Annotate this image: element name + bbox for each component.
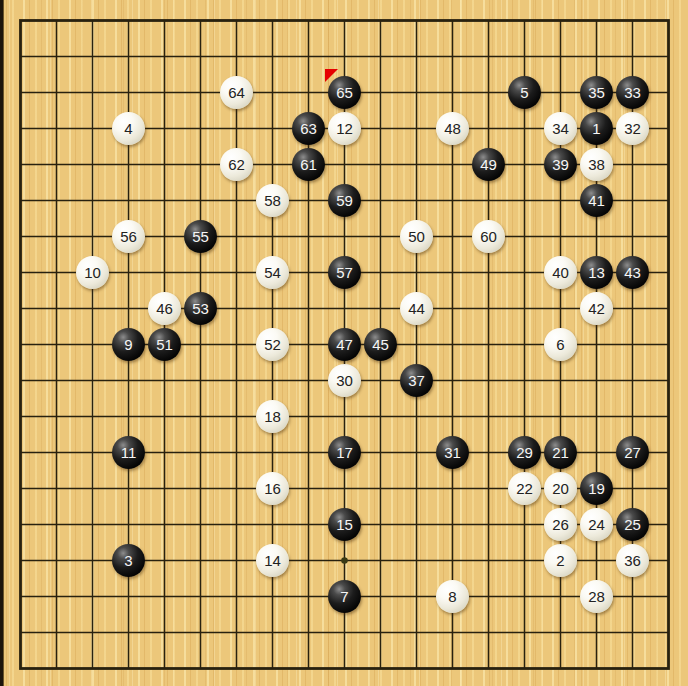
stone-19: 19	[580, 472, 613, 505]
stone-1: 1	[580, 112, 613, 145]
stone-48: 48	[436, 112, 469, 145]
stone-11: 11	[112, 436, 145, 469]
stone-28: 28	[580, 580, 613, 613]
stone-22: 22	[508, 472, 541, 505]
stone-27: 27	[616, 436, 649, 469]
stone-35: 35	[580, 76, 613, 109]
stone-2: 2	[544, 544, 577, 577]
stone-57: 57	[328, 256, 361, 289]
go-board[interactable]: 1234567891011121314151617181920212224252…	[0, 0, 688, 686]
stone-6: 6	[544, 328, 577, 361]
stone-59: 59	[328, 184, 361, 217]
stone-58: 58	[256, 184, 289, 217]
stone-47: 47	[328, 328, 361, 361]
stone-15: 15	[328, 508, 361, 541]
stone-50: 50	[400, 220, 433, 253]
stone-53: 53	[184, 292, 217, 325]
stone-20: 20	[544, 472, 577, 505]
stone-14: 14	[256, 544, 289, 577]
stone-10: 10	[76, 256, 109, 289]
stone-60: 60	[472, 220, 505, 253]
stone-62: 62	[220, 148, 253, 181]
stone-9: 9	[112, 328, 145, 361]
stone-34: 34	[544, 112, 577, 145]
stone-16: 16	[256, 472, 289, 505]
stone-40: 40	[544, 256, 577, 289]
stone-21: 21	[544, 436, 577, 469]
stone-42: 42	[580, 292, 613, 325]
stone-33: 33	[616, 76, 649, 109]
stone-64: 64	[220, 76, 253, 109]
stone-41: 41	[580, 184, 613, 217]
stone-12: 12	[328, 112, 361, 145]
stone-31: 31	[436, 436, 469, 469]
stone-44: 44	[400, 292, 433, 325]
stone-54: 54	[256, 256, 289, 289]
stone-29: 29	[508, 436, 541, 469]
stone-26: 26	[544, 508, 577, 541]
stone-5: 5	[508, 76, 541, 109]
stones-layer: 1234567891011121314151617181920212224252…	[3, 3, 687, 686]
stone-18: 18	[256, 400, 289, 433]
stone-3: 3	[112, 544, 145, 577]
stone-65: 65	[328, 76, 361, 109]
stone-24: 24	[580, 508, 613, 541]
stone-30: 30	[328, 364, 361, 397]
stone-55: 55	[184, 220, 217, 253]
stone-43: 43	[616, 256, 649, 289]
stone-46: 46	[148, 292, 181, 325]
stone-37: 37	[400, 364, 433, 397]
stone-7: 7	[328, 580, 361, 613]
stone-51: 51	[148, 328, 181, 361]
stone-45: 45	[364, 328, 397, 361]
stone-56: 56	[112, 220, 145, 253]
stone-17: 17	[328, 436, 361, 469]
stone-36: 36	[616, 544, 649, 577]
stone-63: 63	[292, 112, 325, 145]
stone-13: 13	[580, 256, 613, 289]
stone-38: 38	[580, 148, 613, 181]
stone-49: 49	[472, 148, 505, 181]
stone-52: 52	[256, 328, 289, 361]
stone-4: 4	[112, 112, 145, 145]
stone-61: 61	[292, 148, 325, 181]
stone-8: 8	[436, 580, 469, 613]
stone-39: 39	[544, 148, 577, 181]
stone-25: 25	[616, 508, 649, 541]
stone-32: 32	[616, 112, 649, 145]
